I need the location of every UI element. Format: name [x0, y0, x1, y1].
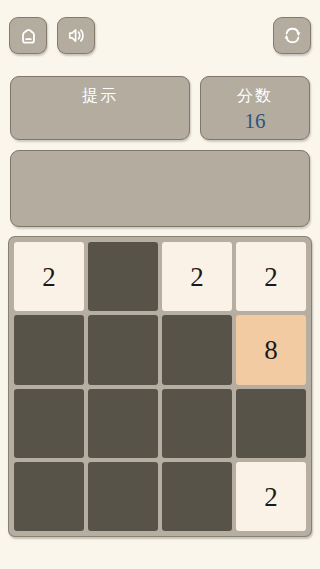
- tile-2-r4c4: 2: [236, 462, 306, 531]
- message-panel: [10, 150, 310, 227]
- empty-cell-r4c2: [88, 462, 158, 531]
- home-icon: [15, 22, 42, 49]
- toolbar-left-group: [9, 17, 95, 54]
- empty-cell-r2c3: [162, 315, 232, 384]
- tile-8-r2c4: 8: [236, 315, 306, 384]
- board[interactable]: 22282: [8, 236, 312, 537]
- hint-button[interactable]: 提示: [10, 76, 190, 140]
- empty-cell-r2c1: [14, 315, 84, 384]
- score-label: 分数: [201, 77, 309, 105]
- score-value: 16: [201, 111, 309, 132]
- empty-cell-r3c2: [88, 389, 158, 458]
- score-panel: 分数 16: [200, 76, 310, 140]
- empty-cell-r3c4: [236, 389, 306, 458]
- app-screen: 提示 分数 16 22282: [0, 0, 320, 569]
- speaker-icon: [63, 22, 90, 49]
- home-button[interactable]: [9, 17, 47, 54]
- tile-2-r1c4: 2: [236, 242, 306, 311]
- hint-label: 提示: [11, 77, 189, 105]
- empty-cell-r4c1: [14, 462, 84, 531]
- tile-2-r1c1: 2: [14, 242, 84, 311]
- refresh-icon: [279, 22, 306, 49]
- toolbar: [0, 0, 320, 54]
- sound-button[interactable]: [57, 17, 95, 54]
- empty-cell-r2c2: [88, 315, 158, 384]
- empty-cell-r4c3: [162, 462, 232, 531]
- info-panels: 提示 分数 16: [10, 76, 310, 140]
- empty-cell-r3c1: [14, 389, 84, 458]
- restart-button[interactable]: [273, 17, 311, 54]
- tile-2-r1c3: 2: [162, 242, 232, 311]
- empty-cell-r3c3: [162, 389, 232, 458]
- empty-cell-r1c2: [88, 242, 158, 311]
